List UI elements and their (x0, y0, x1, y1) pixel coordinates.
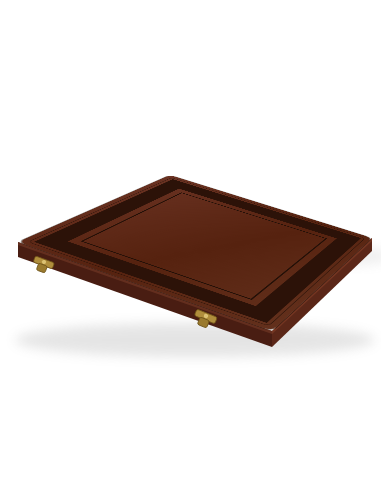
chess-set-photo (0, 0, 381, 492)
cast-shadow (15, 323, 375, 357)
